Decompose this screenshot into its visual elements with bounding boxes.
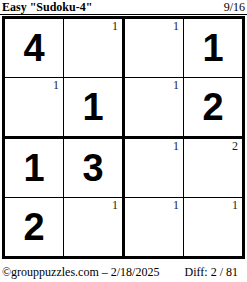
cell-r4c3[interactable]: 1 (125, 198, 184, 256)
cell-r3c4[interactable]: 2 (184, 139, 242, 198)
cell-r4c2[interactable]: 1 (64, 198, 125, 256)
pencil-mark: 1 (53, 78, 59, 92)
given-digit: 3 (82, 149, 103, 187)
header-divider (0, 14, 247, 15)
given-digit: 1 (202, 29, 223, 67)
puzzle-title: Easy "Sudoku-4" (2, 0, 92, 14)
given-digit: 2 (23, 208, 44, 246)
cell-r1c2[interactable]: 1 (64, 19, 125, 78)
cell-r1c4[interactable]: 1 (184, 19, 242, 78)
given-digit: 2 (202, 88, 223, 126)
cell-r1c3[interactable]: 1 (125, 19, 184, 78)
copyright-text: ©grouppuzzles.com – 2/18/2025 (2, 264, 159, 280)
cell-r4c4[interactable]: 1 (184, 198, 242, 256)
pencil-mark: 1 (173, 139, 179, 153)
cell-r3c1[interactable]: 1 (5, 139, 64, 198)
header: Easy "Sudoku-4" 9/16 (2, 0, 245, 14)
pencil-mark: 1 (173, 78, 179, 92)
cell-r4c1[interactable]: 2 (5, 198, 64, 256)
puzzle-page: Easy "Sudoku-4" 9/16 4111111213122111 ©g… (0, 0, 247, 282)
difficulty-text: Diff: 2 / 81 (185, 264, 238, 280)
puzzle-counter: 9/16 (224, 0, 245, 14)
cell-r3c2[interactable]: 3 (64, 139, 125, 198)
pencil-mark: 1 (232, 198, 238, 212)
sudoku-grid: 4111111213122111 (2, 16, 245, 259)
pencil-mark: 1 (173, 198, 179, 212)
cell-r3c3[interactable]: 1 (125, 139, 184, 198)
cell-r2c2[interactable]: 1 (64, 78, 125, 139)
given-digit: 4 (23, 29, 44, 67)
pencil-mark: 1 (112, 198, 118, 212)
cell-r2c1[interactable]: 1 (5, 78, 64, 139)
given-digit: 1 (23, 149, 44, 187)
given-digit: 1 (82, 88, 103, 126)
cell-r1c1[interactable]: 4 (5, 19, 64, 78)
cell-r2c3[interactable]: 1 (125, 78, 184, 139)
pencil-mark: 1 (112, 19, 118, 33)
cell-r2c4[interactable]: 2 (184, 78, 242, 139)
footer: ©grouppuzzles.com – 2/18/2025 Diff: 2 / … (2, 264, 238, 280)
pencil-mark: 2 (232, 139, 238, 153)
pencil-mark: 1 (173, 19, 179, 33)
